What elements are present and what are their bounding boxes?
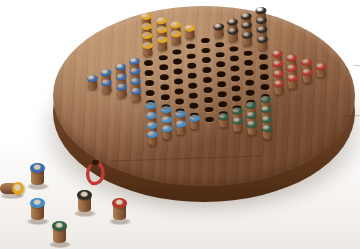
hole-r10-c6[interactable] (174, 88, 183, 94)
green-peg-top (260, 105, 271, 113)
hole-r4-c4[interactable] (258, 54, 267, 60)
peg-blue-r13-c3[interactable] (130, 87, 142, 104)
hole-r8-c4[interactable] (202, 77, 211, 83)
hole-r8-c7[interactable] (204, 107, 213, 113)
light_blue-peg-top (146, 121, 157, 129)
hole-r8-c8[interactable] (204, 117, 213, 123)
peg-black-r4-c3[interactable] (256, 36, 268, 53)
peg-red-r0-c0[interactable] (315, 63, 327, 80)
peg-red-r1-c1[interactable] (301, 68, 313, 85)
hole-r8-c5[interactable] (203, 87, 212, 93)
hole-r5-c5[interactable] (245, 70, 254, 76)
green-peg-top (232, 117, 243, 125)
hole-r6-c4[interactable] (230, 66, 239, 72)
blue-peg-top (30, 163, 45, 173)
hole-r11-c6[interactable] (160, 84, 169, 90)
hole-r4-c7[interactable] (260, 84, 269, 90)
hole-r12-c4[interactable] (144, 60, 153, 66)
peg-light_blue-r12-c12[interactable] (147, 131, 159, 148)
peg-blue-r15-c1[interactable] (101, 79, 113, 96)
hole-r11-c4[interactable] (159, 64, 168, 70)
cord-loop (88, 162, 103, 184)
hole-r5-c4[interactable] (244, 60, 253, 66)
scene (0, 0, 360, 249)
green-peg-top (261, 115, 272, 123)
green-peg-top (218, 112, 229, 120)
hole-r9-c3[interactable] (187, 63, 196, 69)
hole-r9-c2[interactable] (187, 53, 196, 59)
hole-r10-c7[interactable] (175, 98, 184, 104)
hole-r6-c2[interactable] (229, 46, 238, 52)
hole-r5-c7[interactable] (246, 90, 255, 96)
peg-blue-r14-c2[interactable] (116, 83, 128, 100)
hole-r11-c5[interactable] (159, 74, 168, 80)
hole-r9-c6[interactable] (189, 93, 198, 99)
hole-r8-c0[interactable] (200, 37, 209, 43)
hole-r7-c5[interactable] (217, 81, 226, 87)
loose-peg-light_blue[interactable] (30, 198, 45, 226)
hole-r10-c5[interactable] (174, 79, 183, 85)
hole-r11-c7[interactable] (160, 94, 169, 100)
hole-r9-c7[interactable] (189, 102, 198, 108)
hole-r8-c6[interactable] (203, 97, 212, 103)
hole-r10-c4[interactable] (173, 69, 182, 75)
peg-green-r7-c9[interactable] (218, 112, 230, 129)
peg-light_blue-r10-c10[interactable] (175, 120, 187, 137)
hole-r6-c7[interactable] (232, 95, 241, 101)
hole-r11-c3[interactable] (158, 55, 167, 61)
green-peg-top (52, 221, 67, 231)
peg-light_blue-r9-c9[interactable] (189, 114, 201, 131)
hole-r10-c2[interactable] (172, 49, 181, 55)
peg-blue-r16-c0[interactable] (87, 75, 99, 92)
hole-r7-c2[interactable] (215, 52, 224, 58)
hole-r12-c6[interactable] (145, 80, 154, 86)
peg-yellow-r11-c2[interactable] (156, 36, 168, 53)
loose-peg-yellow-lying[interactable] (0, 181, 22, 197)
yellow-peg-top (170, 21, 181, 29)
peg-red-r2-c2[interactable] (287, 74, 299, 91)
black-peg-top (255, 6, 266, 14)
loose-peg-green[interactable] (52, 221, 67, 249)
light_blue-peg-top (160, 115, 171, 123)
hole-r10-c3[interactable] (173, 59, 182, 65)
star-holes-layer (0, 0, 360, 249)
light_blue-peg-top (174, 110, 185, 118)
hole-r5-c3[interactable] (244, 50, 253, 56)
yellow-peg-top (12, 182, 24, 195)
black-peg-top (227, 18, 238, 26)
cord-hole (92, 160, 99, 165)
light_blue-peg-top (160, 106, 171, 114)
hole-r8-c3[interactable] (202, 67, 211, 73)
blue-peg-top (116, 83, 127, 91)
yellow-peg-top (141, 22, 152, 30)
hole-r5-c6[interactable] (245, 80, 254, 86)
peg-black-r5-c2[interactable] (242, 32, 254, 49)
hole-r7-c7[interactable] (218, 101, 227, 107)
loose-peg-blue[interactable] (30, 163, 45, 191)
hole-r8-c1[interactable] (201, 47, 210, 53)
peg-yellow-r12-c3[interactable] (142, 42, 154, 59)
light_blue-peg-top (175, 120, 186, 128)
peg-green-r6-c10[interactable] (232, 117, 244, 134)
peg-black-r6-c1[interactable] (227, 28, 239, 45)
peg-yellow-r10-c1[interactable] (170, 31, 182, 48)
hole-r7-c1[interactable] (215, 42, 224, 48)
hole-r12-c7[interactable] (146, 90, 155, 96)
hole-r6-c5[interactable] (231, 76, 240, 82)
peg-green-r4-c12[interactable] (261, 125, 273, 142)
hole-r4-c5[interactable] (259, 64, 268, 70)
hole-r9-c4[interactable] (188, 73, 197, 79)
light_blue-peg-top (189, 114, 200, 122)
hanging-cord (84, 158, 108, 188)
hole-r12-c5[interactable] (145, 70, 154, 76)
hole-r7-c3[interactable] (216, 61, 225, 67)
green-peg-top (260, 95, 271, 103)
loose-peg-black[interactable] (77, 190, 92, 218)
peg-red-r3-c3[interactable] (273, 80, 285, 97)
hole-r9-c5[interactable] (188, 83, 197, 89)
loose-peg-red[interactable] (112, 198, 127, 226)
black-peg-top (255, 16, 266, 24)
hole-r7-c6[interactable] (217, 91, 226, 97)
red-peg-top (112, 198, 127, 208)
black-peg-top (77, 190, 92, 200)
hole-r4-c6[interactable] (259, 74, 268, 80)
peg-green-r5-c11[interactable] (247, 121, 259, 138)
yellow-peg-top (155, 17, 166, 25)
peg-yellow-r9-c0[interactable] (184, 25, 196, 42)
hole-r9-c1[interactable] (186, 43, 195, 49)
hole-r7-c4[interactable] (216, 71, 225, 77)
hole-r6-c3[interactable] (230, 56, 239, 62)
hole-r8-c2[interactable] (201, 57, 210, 63)
peg-light_blue-r11-c11[interactable] (161, 125, 173, 142)
hole-r6-c6[interactable] (231, 85, 240, 91)
light_blue-peg-top (30, 198, 45, 208)
peg-black-r7-c0[interactable] (213, 23, 225, 40)
green-peg-top (232, 107, 243, 115)
